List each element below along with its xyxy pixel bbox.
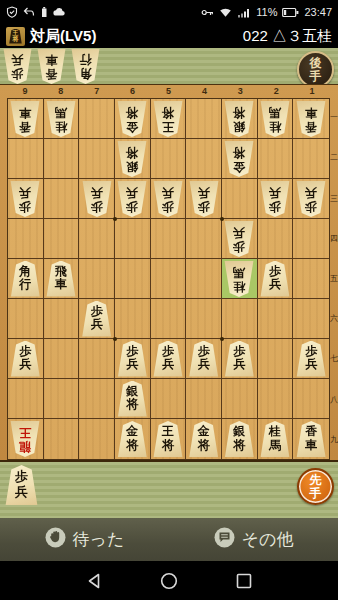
shogi-piece-金将[interactable]: 金将	[224, 141, 254, 177]
file-label-3: 3	[222, 85, 258, 98]
board-cell-6-8[interactable]: 銀将	[115, 379, 151, 419]
board-cell-5-8[interactable]	[151, 379, 187, 419]
board-cell-8-9[interactable]	[44, 419, 80, 459]
file-label-1: 1	[294, 85, 330, 98]
shogi-piece-龍王[interactable]: 龍王	[10, 421, 40, 457]
board-cell-1-3[interactable]: 歩兵	[293, 179, 329, 219]
app-screen: 11% 23:47 王将 対局(LV5) 022 △３五桂 歩兵香車角行 後手 …	[0, 0, 338, 600]
board-cell-5-3[interactable]: 歩兵	[151, 179, 187, 219]
rank-label: 三	[330, 195, 338, 203]
board-cell-6-7[interactable]: 歩兵	[115, 339, 151, 379]
board-cell-2-4[interactable]	[258, 219, 294, 259]
board-cell-6-2[interactable]: 銀将	[115, 139, 151, 179]
board-cell-2-6[interactable]	[258, 299, 294, 339]
board-cell-4-3[interactable]: 歩兵	[186, 179, 222, 219]
board-cell-5-4[interactable]	[151, 219, 187, 259]
rank-label: 八	[330, 396, 338, 404]
board-cell-7-2[interactable]	[79, 139, 115, 179]
rank-label: 一	[330, 114, 338, 122]
board-cell-5-2[interactable]	[151, 139, 187, 179]
shogi-piece-角行[interactable]: 角行	[10, 261, 40, 297]
board-cell-2-2[interactable]	[258, 139, 294, 179]
file-label-2: 2	[258, 85, 294, 98]
rank-label: 六	[330, 315, 338, 323]
shogi-piece-歩兵[interactable]: 歩兵	[224, 341, 254, 377]
android-nav-bar	[0, 561, 338, 600]
title-bar: 王将 対局(LV5) 022 △３五桂	[0, 24, 338, 48]
back-icon[interactable]	[85, 572, 103, 590]
board-cell-5-1[interactable]: 王将	[151, 99, 187, 139]
undo-button-label: 待った	[73, 528, 125, 551]
shogi-piece-歩兵[interactable]: 歩兵	[260, 261, 290, 297]
shogi-piece-歩兵[interactable]: 歩兵	[3, 49, 32, 84]
app-piece-icon: 王将	[6, 27, 25, 46]
board-cell-8-2[interactable]	[44, 139, 80, 179]
board-cell-4-9[interactable]: 金将	[186, 419, 222, 459]
shogi-piece-桂馬[interactable]: 桂馬	[260, 421, 290, 457]
shogi-piece-香車[interactable]: 香車	[37, 49, 66, 84]
page-title: 対局(LV5)	[30, 27, 96, 46]
status-bar: 11% 23:47	[0, 0, 338, 24]
gote-badge-label: 後手	[309, 57, 322, 83]
shogi-piece-歩兵[interactable]: 歩兵	[189, 181, 219, 217]
file-label-7: 7	[79, 85, 115, 98]
board-cell-8-8[interactable]	[44, 379, 80, 419]
shogi-piece-角行[interactable]: 角行	[71, 49, 100, 84]
board-cell-9-8[interactable]	[8, 379, 44, 419]
move-indicator: 022 △３五桂	[243, 27, 332, 46]
board-cell-3-3[interactable]	[222, 179, 258, 219]
gote-badge: 後手	[297, 51, 334, 88]
shogi-piece-王将[interactable]: 王将	[153, 101, 183, 137]
file-label-6: 6	[115, 85, 151, 98]
board-cell-1-9[interactable]: 香車	[293, 419, 329, 459]
board-cell-9-6[interactable]	[8, 299, 44, 339]
file-label-5: 5	[151, 85, 187, 98]
shogi-piece-歩兵[interactable]: 歩兵	[10, 341, 40, 377]
file-labels: 987654321	[7, 85, 330, 98]
cloud-icon	[53, 6, 66, 18]
file-label-4: 4	[186, 85, 222, 98]
board-cell-1-4[interactable]	[293, 219, 329, 259]
shogi-piece-金将[interactable]: 金将	[189, 421, 219, 457]
board-cell-4-2[interactable]	[186, 139, 222, 179]
board-frame: 987654321 香車桂馬金将王将銀将桂馬香車銀将金将歩兵歩兵歩兵歩兵歩兵歩兵…	[0, 84, 338, 462]
home-icon[interactable]	[160, 572, 178, 590]
shogi-piece-歩兵[interactable]: 歩兵	[189, 341, 219, 377]
shogi-piece-歩兵[interactable]: 歩兵	[296, 181, 326, 217]
board-cell-5-7[interactable]: 歩兵	[151, 339, 187, 379]
board-cell-6-4[interactable]	[115, 219, 151, 259]
battery-icon	[282, 7, 299, 18]
rank-label: 四	[330, 235, 338, 243]
board-cell-1-1[interactable]: 香車	[293, 99, 329, 139]
rank-label: 七	[330, 355, 338, 363]
gote-captured-tray: 歩兵香車角行	[3, 49, 100, 84]
board-cell-7-9[interactable]	[79, 419, 115, 459]
shogi-piece-歩兵[interactable]: 歩兵	[224, 221, 254, 257]
board-cell-9-5[interactable]: 角行	[8, 259, 44, 299]
battery-mini-icon	[40, 6, 48, 18]
board-cell-6-9[interactable]: 金将	[115, 419, 151, 459]
board-cell-9-4[interactable]	[8, 219, 44, 259]
shogi-piece-歩兵[interactable]: 歩兵	[5, 465, 38, 505]
shogi-piece-桂馬[interactable]: 桂馬	[46, 101, 76, 137]
board-cell-1-2[interactable]	[293, 139, 329, 179]
star-point	[113, 217, 117, 221]
board-cell-1-6[interactable]	[293, 299, 329, 339]
shogi-piece-歩兵[interactable]: 歩兵	[296, 341, 326, 377]
shogi-piece-銀将[interactable]: 銀将	[117, 141, 147, 177]
board-grid: 香車桂馬金将王将銀将桂馬香車銀将金将歩兵歩兵歩兵歩兵歩兵歩兵歩兵歩兵角行飛車桂馬…	[7, 98, 330, 460]
board-cell-9-1[interactable]: 香車	[8, 99, 44, 139]
play-area: 歩兵香車角行 後手 987654321 香車桂馬金将王将銀将桂馬香車銀将金将歩兵…	[0, 48, 338, 518]
chat-icon	[214, 527, 235, 553]
board-cell-8-5[interactable]: 飛車	[44, 259, 80, 299]
shogi-piece-歩兵[interactable]: 歩兵	[117, 181, 147, 217]
shogi-piece-金将[interactable]: 金将	[117, 101, 147, 137]
board-cell-3-9[interactable]: 銀将	[222, 419, 258, 459]
board-cell-7-3[interactable]: 歩兵	[79, 179, 115, 219]
file-label-9: 9	[7, 85, 43, 98]
board-cell-4-6[interactable]	[186, 299, 222, 339]
other-button-label: その他	[242, 528, 294, 551]
other-button[interactable]: その他	[169, 518, 338, 561]
board-cell-7-1[interactable]	[79, 99, 115, 139]
board-cell-2-8[interactable]	[258, 379, 294, 419]
shogi-piece-歩兵[interactable]: 歩兵	[82, 181, 112, 217]
rank-label: 二	[330, 154, 338, 162]
board-cell-1-8[interactable]	[293, 379, 329, 419]
hand-icon	[45, 527, 66, 553]
undo-button[interactable]: 待った	[0, 518, 169, 561]
board-cell-3-1[interactable]: 銀将	[222, 99, 258, 139]
board-cell-3-2[interactable]: 金将	[222, 139, 258, 179]
board-cell-9-7[interactable]: 歩兵	[8, 339, 44, 379]
rank-labels: 一二三四五六七八九	[330, 98, 338, 460]
shogi-piece-香車[interactable]: 香車	[296, 101, 326, 137]
board-cell-5-9[interactable]: 王将	[151, 419, 187, 459]
board-cell-7-4[interactable]	[79, 219, 115, 259]
board-cell-2-7[interactable]	[258, 339, 294, 379]
sente-badge: 先手	[297, 468, 334, 505]
board-cell-1-5[interactable]	[293, 259, 329, 299]
board-cell-3-7[interactable]: 歩兵	[222, 339, 258, 379]
board-cell-4-5[interactable]	[186, 259, 222, 299]
board-cell-4-8[interactable]	[186, 379, 222, 419]
shogi-piece-桂馬[interactable]: 桂馬	[260, 101, 290, 137]
board-cell-3-6[interactable]	[222, 299, 258, 339]
clock: 23:47	[304, 6, 332, 18]
board-cell-6-5[interactable]	[115, 259, 151, 299]
board-cell-4-1[interactable]	[186, 99, 222, 139]
shield-icon	[6, 6, 18, 18]
file-label-8: 8	[43, 85, 79, 98]
board-cell-4-4[interactable]	[186, 219, 222, 259]
board-cell-5-5[interactable]	[151, 259, 187, 299]
shogi-piece-桂馬[interactable]: 桂馬	[224, 261, 254, 297]
recents-icon[interactable]	[235, 572, 253, 590]
board-cell-6-1[interactable]: 金将	[115, 99, 151, 139]
board-cell-5-6[interactable]	[151, 299, 187, 339]
shogi-piece-歩兵[interactable]: 歩兵	[82, 301, 112, 337]
shogi-piece-香車[interactable]: 香車	[296, 421, 326, 457]
board-cell-2-3[interactable]: 歩兵	[258, 179, 294, 219]
shogi-piece-銀将[interactable]: 銀将	[224, 101, 254, 137]
board-cell-8-6[interactable]	[44, 299, 80, 339]
sente-captured-tray: 歩兵	[5, 465, 38, 505]
battery-percent: 11%	[256, 6, 277, 18]
board-cell-4-7[interactable]: 歩兵	[186, 339, 222, 379]
shogi-piece-銀将[interactable]: 銀将	[117, 381, 147, 417]
board-cell-7-8[interactable]	[79, 379, 115, 419]
board-cell-8-3[interactable]	[44, 179, 80, 219]
board-cell-1-7[interactable]: 歩兵	[293, 339, 329, 379]
shogi-piece-香車[interactable]: 香車	[10, 101, 40, 137]
board-cell-7-5[interactable]	[79, 259, 115, 299]
shogi-piece-歩兵[interactable]: 歩兵	[117, 341, 147, 377]
wifi-icon	[219, 7, 232, 18]
board-cell-8-7[interactable]	[44, 339, 80, 379]
signal-icon	[237, 7, 251, 18]
board-cell-8-4[interactable]	[44, 219, 80, 259]
board-cell-7-7[interactable]	[79, 339, 115, 379]
key-icon	[201, 7, 214, 18]
board-cell-3-8[interactable]	[222, 379, 258, 419]
shogi-piece-飛車[interactable]: 飛車	[46, 261, 76, 297]
board-cell-2-9[interactable]: 桂馬	[258, 419, 294, 459]
action-bar: 待った その他	[0, 518, 338, 561]
shogi-piece-金将[interactable]: 金将	[117, 421, 147, 457]
reply-icon	[23, 6, 35, 18]
board-cell-3-5[interactable]: 桂馬	[222, 259, 258, 299]
rank-label: 九	[330, 436, 338, 444]
shogi-piece-銀将[interactable]: 銀将	[224, 421, 254, 457]
shogi-piece-歩兵[interactable]: 歩兵	[153, 341, 183, 377]
board-cell-8-1[interactable]: 桂馬	[44, 99, 80, 139]
board: 香車桂馬金将王将銀将桂馬香車銀将金将歩兵歩兵歩兵歩兵歩兵歩兵歩兵歩兵角行飛車桂馬…	[7, 98, 330, 460]
board-cell-9-3[interactable]: 歩兵	[8, 179, 44, 219]
board-cell-2-5[interactable]: 歩兵	[258, 259, 294, 299]
rank-label: 五	[330, 275, 338, 283]
board-cell-6-3[interactable]: 歩兵	[115, 179, 151, 219]
board-cell-2-1[interactable]: 桂馬	[258, 99, 294, 139]
shogi-piece-歩兵[interactable]: 歩兵	[10, 181, 40, 217]
shogi-piece-歩兵[interactable]: 歩兵	[260, 181, 290, 217]
board-cell-9-9[interactable]: 龍王	[8, 419, 44, 459]
board-cell-3-4[interactable]: 歩兵	[222, 219, 258, 259]
board-cell-6-6[interactable]	[115, 299, 151, 339]
shogi-piece-王将[interactable]: 王将	[153, 421, 183, 457]
board-cell-9-2[interactable]	[8, 139, 44, 179]
sente-badge-label: 先手	[309, 474, 322, 500]
shogi-piece-歩兵[interactable]: 歩兵	[153, 181, 183, 217]
board-cell-7-6[interactable]: 歩兵	[79, 299, 115, 339]
